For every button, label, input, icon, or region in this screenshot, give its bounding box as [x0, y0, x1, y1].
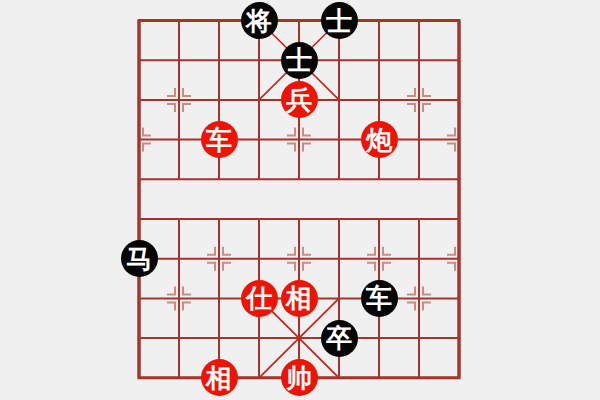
black-soldier[interactable]: 卒 — [321, 320, 358, 357]
red-soldier[interactable]: 兵 — [281, 81, 318, 118]
red-elephant[interactable]: 相 — [201, 359, 238, 396]
black-horse[interactable]: 马 — [121, 240, 158, 277]
black-chariot[interactable]: 车 — [361, 280, 398, 317]
black-advisor[interactable]: 士 — [321, 2, 358, 39]
red-elephant[interactable]: 相 — [281, 280, 318, 317]
black-advisor[interactable]: 士 — [281, 42, 318, 79]
xiangqi-app: 将士士兵车炮马仕相车卒相帅 — [0, 0, 600, 400]
red-cannon[interactable]: 炮 — [361, 121, 398, 158]
red-advisor[interactable]: 仕 — [241, 280, 278, 317]
black-general[interactable]: 将 — [241, 2, 278, 39]
red-chariot[interactable]: 车 — [201, 121, 238, 158]
red-general[interactable]: 帅 — [281, 359, 318, 396]
